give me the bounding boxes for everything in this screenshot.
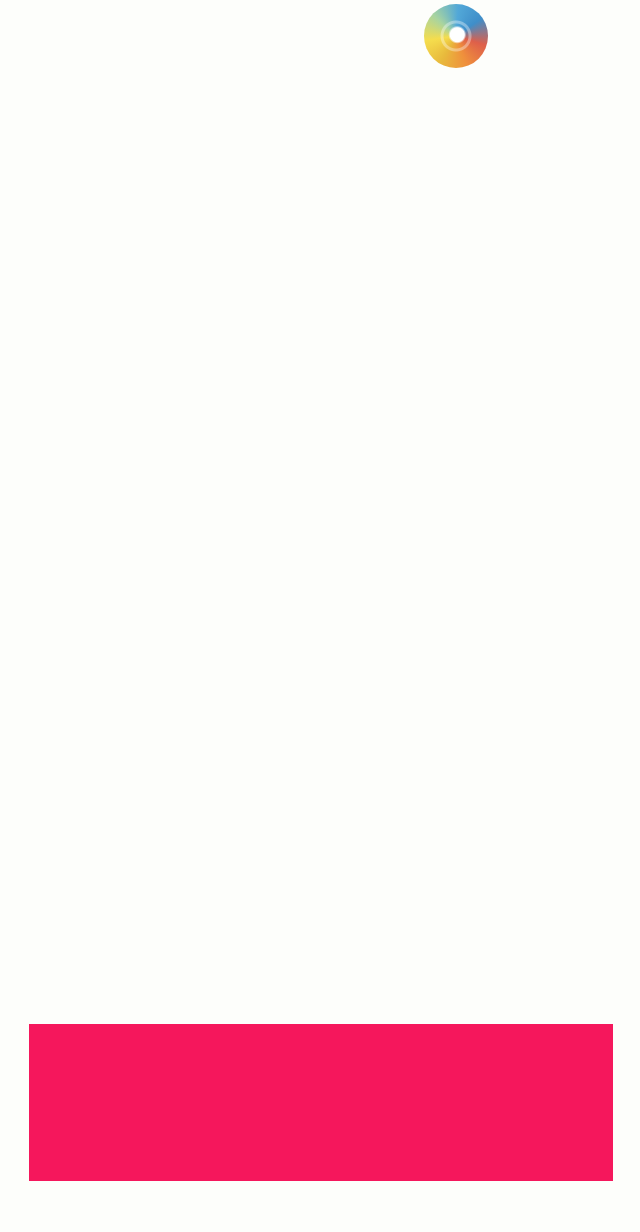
prediction-banner [29, 1024, 613, 1181]
lottery-trend-chart [0, 0, 640, 1232]
site-logo [424, 4, 492, 68]
rainbow-swirl-icon [424, 4, 488, 68]
